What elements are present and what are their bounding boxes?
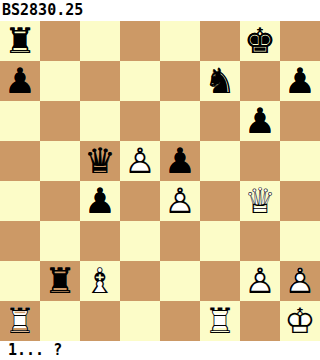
square-a5[interactable] (0, 141, 40, 181)
square-g2[interactable]: ♟♙ (240, 261, 280, 301)
square-a2[interactable] (0, 261, 40, 301)
square-c2[interactable]: ♝♗ (80, 261, 120, 301)
square-g5[interactable] (240, 141, 280, 181)
piece-black-pawn[interactable]: ♟♙ (0, 61, 40, 101)
square-e2[interactable] (160, 261, 200, 301)
square-c8[interactable] (80, 21, 120, 61)
piece-black-rook[interactable]: ♜♖ (0, 21, 40, 61)
square-a1[interactable]: ♜♖ (0, 301, 40, 341)
piece-black-queen[interactable]: ♛♕ (80, 141, 120, 181)
square-h5[interactable] (280, 141, 320, 181)
square-c1[interactable] (80, 301, 120, 341)
square-d1[interactable] (120, 301, 160, 341)
square-f7[interactable]: ♞♘ (200, 61, 240, 101)
square-d3[interactable] (120, 221, 160, 261)
square-e8[interactable] (160, 21, 200, 61)
black-rook-outline-icon: ♖ (0, 21, 40, 61)
square-f4[interactable] (200, 181, 240, 221)
square-e7[interactable] (160, 61, 200, 101)
black-pawn-outline-icon: ♙ (80, 181, 120, 221)
square-d4[interactable] (120, 181, 160, 221)
square-f5[interactable] (200, 141, 240, 181)
chess-board: ♜♖♚♔♟♙♞♘♟♙♟♙♛♕♟♙♟♙♟♙♟♙♛♕♜♖♝♗♟♙♟♙♜♖♜♖♚♔ (0, 21, 320, 341)
square-h7[interactable]: ♟♙ (280, 61, 320, 101)
black-king-outline-icon: ♔ (240, 21, 280, 61)
piece-black-pawn[interactable]: ♟♙ (280, 61, 320, 101)
white-pawn-outline-icon: ♙ (280, 261, 320, 301)
square-c4[interactable]: ♟♙ (80, 181, 120, 221)
square-b7[interactable] (40, 61, 80, 101)
square-h1[interactable]: ♚♔ (280, 301, 320, 341)
square-f8[interactable] (200, 21, 240, 61)
square-a6[interactable] (0, 101, 40, 141)
piece-white-bishop[interactable]: ♝♗ (80, 261, 120, 301)
white-pawn-outline-icon: ♙ (160, 181, 200, 221)
square-a7[interactable]: ♟♙ (0, 61, 40, 101)
square-b3[interactable] (40, 221, 80, 261)
square-e6[interactable] (160, 101, 200, 141)
square-b1[interactable] (40, 301, 80, 341)
black-rook-outline-icon: ♖ (40, 261, 80, 301)
square-d6[interactable] (120, 101, 160, 141)
piece-white-rook[interactable]: ♜♖ (200, 301, 240, 341)
piece-white-rook[interactable]: ♜♖ (0, 301, 40, 341)
white-rook-outline-icon: ♖ (200, 301, 240, 341)
square-a8[interactable]: ♜♖ (0, 21, 40, 61)
square-g1[interactable] (240, 301, 280, 341)
square-f1[interactable]: ♜♖ (200, 301, 240, 341)
white-bishop-outline-icon: ♗ (80, 261, 120, 301)
square-c6[interactable] (80, 101, 120, 141)
square-h4[interactable] (280, 181, 320, 221)
black-queen-outline-icon: ♕ (80, 141, 120, 181)
move-prompt: 1... ? (0, 341, 320, 360)
piece-black-pawn[interactable]: ♟♙ (80, 181, 120, 221)
piece-white-king[interactable]: ♚♔ (280, 301, 320, 341)
black-pawn-outline-icon: ♙ (240, 101, 280, 141)
square-b4[interactable] (40, 181, 80, 221)
piece-white-pawn[interactable]: ♟♙ (240, 261, 280, 301)
white-rook-outline-icon: ♖ (0, 301, 40, 341)
square-e3[interactable] (160, 221, 200, 261)
square-g3[interactable] (240, 221, 280, 261)
square-f2[interactable] (200, 261, 240, 301)
square-a4[interactable] (0, 181, 40, 221)
chess-puzzle-window: BS2830.25 ♜♖♚♔♟♙♞♘♟♙♟♙♛♕♟♙♟♙♟♙♟♙♛♕♜♖♝♗♟♙… (0, 0, 320, 360)
piece-black-knight[interactable]: ♞♘ (200, 61, 240, 101)
black-pawn-outline-icon: ♙ (280, 61, 320, 101)
white-king-outline-icon: ♔ (280, 301, 320, 341)
square-d5[interactable]: ♟♙ (120, 141, 160, 181)
square-h3[interactable] (280, 221, 320, 261)
piece-white-queen[interactable]: ♛♕ (240, 181, 280, 221)
square-a3[interactable] (0, 221, 40, 261)
white-pawn-outline-icon: ♙ (240, 261, 280, 301)
square-f6[interactable] (200, 101, 240, 141)
piece-black-rook[interactable]: ♜♖ (40, 261, 80, 301)
square-g4[interactable]: ♛♕ (240, 181, 280, 221)
square-d7[interactable] (120, 61, 160, 101)
square-d8[interactable] (120, 21, 160, 61)
square-b5[interactable] (40, 141, 80, 181)
square-c5[interactable]: ♛♕ (80, 141, 120, 181)
square-f3[interactable] (200, 221, 240, 261)
piece-white-pawn[interactable]: ♟♙ (160, 181, 200, 221)
black-pawn-outline-icon: ♙ (0, 61, 40, 101)
black-knight-outline-icon: ♘ (200, 61, 240, 101)
square-e1[interactable] (160, 301, 200, 341)
square-h2[interactable]: ♟♙ (280, 261, 320, 301)
square-b8[interactable] (40, 21, 80, 61)
piece-white-pawn[interactable]: ♟♙ (120, 141, 160, 181)
piece-black-pawn[interactable]: ♟♙ (160, 141, 200, 181)
black-pawn-outline-icon: ♙ (160, 141, 200, 181)
square-c7[interactable] (80, 61, 120, 101)
square-c3[interactable] (80, 221, 120, 261)
puzzle-id: BS2830.25 (0, 0, 320, 21)
white-pawn-outline-icon: ♙ (120, 141, 160, 181)
square-e4[interactable]: ♟♙ (160, 181, 200, 221)
square-h6[interactable] (280, 101, 320, 141)
square-g8[interactable]: ♚♔ (240, 21, 280, 61)
piece-black-king[interactable]: ♚♔ (240, 21, 280, 61)
square-e5[interactable]: ♟♙ (160, 141, 200, 181)
square-g7[interactable] (240, 61, 280, 101)
square-d2[interactable] (120, 261, 160, 301)
square-h8[interactable] (280, 21, 320, 61)
white-queen-outline-icon: ♕ (240, 181, 280, 221)
square-b2[interactable]: ♜♖ (40, 261, 80, 301)
square-b6[interactable] (40, 101, 80, 141)
piece-black-pawn[interactable]: ♟♙ (240, 101, 280, 141)
piece-white-pawn[interactable]: ♟♙ (280, 261, 320, 301)
square-g6[interactable]: ♟♙ (240, 101, 280, 141)
